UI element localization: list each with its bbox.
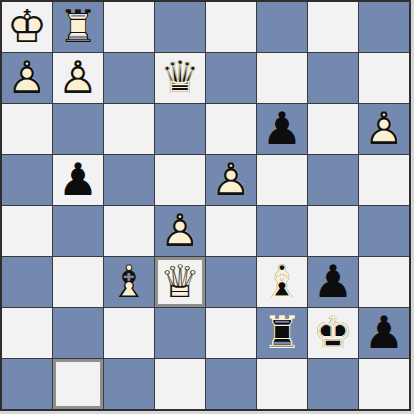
square-g2[interactable]: ♚♔ [308, 308, 358, 358]
square-b4[interactable] [53, 206, 103, 256]
square-e4[interactable] [206, 206, 256, 256]
square-b6[interactable] [53, 104, 103, 154]
square-f2[interactable]: ♜♖ [257, 308, 307, 358]
square-f6[interactable]: ♟ [257, 104, 307, 154]
square-d5[interactable] [155, 155, 205, 205]
white-pawn-detail-icon: ♙ [211, 155, 251, 205]
square-h8[interactable] [359, 2, 409, 52]
square-g8[interactable] [308, 2, 358, 52]
square-c1[interactable] [104, 359, 154, 409]
square-e8[interactable] [206, 2, 256, 52]
square-g5[interactable] [308, 155, 358, 205]
square-e1[interactable] [206, 359, 256, 409]
square-g4[interactable] [308, 206, 358, 256]
white-rook-b8[interactable]: ♜♖ [53, 2, 103, 52]
black-rook-f2[interactable]: ♜♖ [257, 308, 307, 358]
square-b8[interactable]: ♜♖ [53, 2, 103, 52]
square-b5[interactable]: ♟ [53, 155, 103, 205]
white-pawn-e5[interactable]: ♟♙ [206, 155, 256, 205]
square-d7[interactable]: ♛♕ [155, 53, 205, 103]
square-d6[interactable] [155, 104, 205, 154]
square-a5[interactable] [2, 155, 52, 205]
square-b2[interactable] [53, 308, 103, 358]
square-b1[interactable] [53, 359, 103, 409]
white-pawn-d4[interactable]: ♟♙ [155, 206, 205, 256]
square-g3[interactable]: ♟ [308, 257, 358, 307]
black-pawn-icon: ♟ [364, 308, 404, 358]
black-king-g2[interactable]: ♚♔ [308, 308, 358, 358]
square-d2[interactable] [155, 308, 205, 358]
black-rook-icon: ♜ [262, 308, 302, 358]
black-pawn-b5[interactable]: ♟ [53, 155, 103, 205]
square-f3[interactable]: ♝♗ [257, 257, 307, 307]
black-bishop-f3[interactable]: ♝♗ [257, 257, 307, 307]
square-c4[interactable] [104, 206, 154, 256]
white-pawn-detail-icon: ♙ [7, 53, 47, 103]
white-queen-d3[interactable]: ♛♕ [155, 257, 205, 307]
square-f5[interactable] [257, 155, 307, 205]
white-king-icon: ♚ [7, 2, 47, 52]
square-d1[interactable] [155, 359, 205, 409]
square-e3[interactable] [206, 257, 256, 307]
square-c7[interactable] [104, 53, 154, 103]
square-c8[interactable] [104, 2, 154, 52]
square-h5[interactable] [359, 155, 409, 205]
black-rook-detail-icon: ♖ [262, 308, 302, 358]
white-pawn-detail-icon: ♙ [160, 206, 200, 256]
white-pawn-b7[interactable]: ♟♙ [53, 53, 103, 103]
square-b7[interactable]: ♟♙ [53, 53, 103, 103]
black-pawn-icon: ♟ [313, 257, 353, 307]
square-a6[interactable] [2, 104, 52, 154]
black-pawn-h2[interactable]: ♟ [359, 308, 409, 358]
square-c2[interactable] [104, 308, 154, 358]
square-a8[interactable]: ♚♔ [2, 2, 52, 52]
square-d8[interactable] [155, 2, 205, 52]
square-c5[interactable] [104, 155, 154, 205]
square-g7[interactable] [308, 53, 358, 103]
white-pawn-detail-icon: ♙ [58, 53, 98, 103]
white-king-detail-icon: ♔ [7, 2, 47, 52]
square-c3[interactable]: ♝♗ [104, 257, 154, 307]
square-h3[interactable] [359, 257, 409, 307]
white-pawn-icon: ♟ [160, 206, 200, 256]
white-queen-detail-icon: ♕ [160, 257, 200, 307]
square-h4[interactable] [359, 206, 409, 256]
white-queen-icon: ♛ [160, 257, 200, 307]
black-pawn-icon: ♟ [262, 104, 302, 154]
white-king-a8[interactable]: ♚♔ [2, 2, 52, 52]
square-f8[interactable] [257, 2, 307, 52]
white-bishop-c3[interactable]: ♝♗ [104, 257, 154, 307]
black-bishop-detail-icon: ♗ [262, 257, 302, 307]
white-bishop-detail-icon: ♗ [109, 257, 149, 307]
white-pawn-h6[interactable]: ♟♙ [359, 104, 409, 154]
square-g6[interactable] [308, 104, 358, 154]
black-queen-detail-icon: ♕ [160, 53, 200, 103]
square-h2[interactable]: ♟ [359, 308, 409, 358]
black-queen-d7[interactable]: ♛♕ [155, 53, 205, 103]
square-e2[interactable] [206, 308, 256, 358]
white-rook-icon: ♜ [58, 2, 98, 52]
square-e5[interactable]: ♟♙ [206, 155, 256, 205]
square-f7[interactable] [257, 53, 307, 103]
square-h1[interactable] [359, 359, 409, 409]
black-bishop-icon: ♝ [262, 257, 302, 307]
white-rook-detail-icon: ♖ [58, 2, 98, 52]
square-h7[interactable] [359, 53, 409, 103]
square-e6[interactable] [206, 104, 256, 154]
white-pawn-icon: ♟ [364, 104, 404, 154]
square-c6[interactable] [104, 104, 154, 154]
black-pawn-f6[interactable]: ♟ [257, 104, 307, 154]
square-g1[interactable] [308, 359, 358, 409]
square-d4[interactable]: ♟♙ [155, 206, 205, 256]
white-pawn-icon: ♟ [7, 53, 47, 103]
square-h6[interactable]: ♟♙ [359, 104, 409, 154]
black-pawn-g3[interactable]: ♟ [308, 257, 358, 307]
white-pawn-a7[interactable]: ♟♙ [2, 53, 52, 103]
square-a1[interactable] [2, 359, 52, 409]
white-pawn-icon: ♟ [211, 155, 251, 205]
square-f1[interactable] [257, 359, 307, 409]
square-f4[interactable] [257, 206, 307, 256]
white-bishop-icon: ♝ [109, 257, 149, 307]
chess-board: ♚♔♜♖♟♙♟♙♛♕♟♟♙♟♟♙♟♙♝♗♛♕♝♗♟♜♖♚♔♟ [0, 0, 411, 411]
square-e7[interactable] [206, 53, 256, 103]
square-a7[interactable]: ♟♙ [2, 53, 52, 103]
square-a2[interactable] [2, 308, 52, 358]
square-b3[interactable] [53, 257, 103, 307]
black-king-icon: ♚ [313, 308, 353, 358]
square-a3[interactable] [2, 257, 52, 307]
black-king-detail-icon: ♔ [313, 308, 353, 358]
black-queen-icon: ♛ [160, 53, 200, 103]
square-d3[interactable]: ♛♕ [155, 257, 205, 307]
square-a4[interactable] [2, 206, 52, 256]
white-pawn-icon: ♟ [58, 53, 98, 103]
black-pawn-icon: ♟ [58, 155, 98, 205]
white-pawn-detail-icon: ♙ [364, 104, 404, 154]
